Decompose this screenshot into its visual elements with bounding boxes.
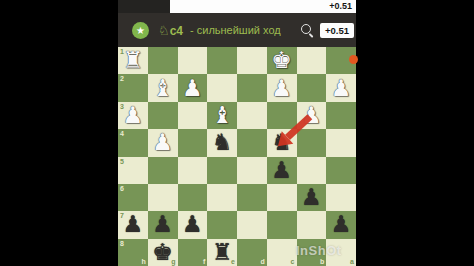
square-g2[interactable]: ♝ [148, 74, 178, 101]
watermark-text: InShOt [296, 243, 342, 258]
eval-bar-value: +0.51 [170, 0, 356, 13]
square-a4[interactable] [326, 129, 356, 156]
file-label-c: c [291, 258, 295, 265]
square-f3[interactable] [178, 102, 208, 129]
piece-bN-c4: ♞ [271, 131, 292, 154]
square-c1[interactable]: ♚ [267, 47, 297, 74]
chess-board: ♜1♚2♝♟♟♟♟3♝♟4♟♞♞5♟6♟♟7♟♟♟8h♚gf♜edcba [118, 47, 356, 266]
square-b2[interactable] [297, 74, 327, 101]
piece-bP-a7: ♟ [331, 213, 352, 236]
record-indicator-dot [349, 55, 358, 64]
square-h3[interactable]: ♟3 [118, 102, 148, 129]
square-b7[interactable] [297, 211, 327, 238]
square-e1[interactable] [207, 47, 237, 74]
square-g5[interactable] [148, 157, 178, 184]
square-c5[interactable]: ♟ [267, 157, 297, 184]
square-e6[interactable] [207, 184, 237, 211]
square-h1[interactable]: ♜1 [118, 47, 148, 74]
rank-label-6: 6 [120, 185, 124, 192]
piece-wR-h1: ♜ [123, 49, 144, 72]
square-e2[interactable] [207, 74, 237, 101]
rank-label-4: 4 [120, 130, 124, 137]
piece-bP-h7: ♟ [123, 213, 144, 236]
square-c6[interactable] [267, 184, 297, 211]
square-g6[interactable] [148, 184, 178, 211]
rank-label-7: 7 [120, 212, 124, 219]
letterbox-right [356, 0, 474, 266]
square-e3[interactable]: ♝ [207, 102, 237, 129]
square-f2[interactable]: ♟ [178, 74, 208, 101]
eval-bar-dark-segment [118, 0, 170, 13]
square-g4[interactable]: ♟ [148, 129, 178, 156]
file-label-h: h [141, 258, 145, 265]
square-h7[interactable]: ♟7 [118, 211, 148, 238]
square-d3[interactable] [237, 102, 267, 129]
square-d2[interactable] [237, 74, 267, 101]
square-g1[interactable] [148, 47, 178, 74]
square-b1[interactable] [297, 47, 327, 74]
square-d1[interactable] [237, 47, 267, 74]
square-b6[interactable]: ♟ [297, 184, 327, 211]
best-move-description: - сильнейший ход [190, 24, 281, 36]
file-label-b: b [320, 258, 324, 265]
rank-label-1: 1 [120, 48, 124, 55]
eval-badge[interactable]: +0.51 [320, 23, 354, 38]
square-e4[interactable]: ♞ [207, 129, 237, 156]
square-g3[interactable] [148, 102, 178, 129]
piece-wK-c1: ♚ [271, 49, 292, 72]
piece-wB-g2: ♝ [152, 77, 173, 100]
piece-bN-e4: ♞ [212, 131, 233, 154]
best-move-text: ♘c4 [158, 23, 183, 38]
piece-wP-b3: ♟ [301, 104, 322, 127]
square-f4[interactable] [178, 129, 208, 156]
knight-glyph-icon: ♘ [158, 23, 170, 38]
piece-wP-f2: ♟ [182, 77, 203, 100]
square-a5[interactable] [326, 157, 356, 184]
square-h2[interactable]: 2 [118, 74, 148, 101]
file-label-a: a [350, 258, 354, 265]
square-d4[interactable] [237, 129, 267, 156]
square-c7[interactable] [267, 211, 297, 238]
square-b5[interactable] [297, 157, 327, 184]
best-move-star-icon: ★ [132, 22, 149, 39]
square-f8[interactable]: f [178, 239, 208, 266]
piece-wP-c2: ♟ [271, 77, 292, 100]
square-h4[interactable]: 4 [118, 129, 148, 156]
square-b3[interactable]: ♟ [297, 102, 327, 129]
file-label-g: g [171, 258, 175, 265]
top-eval-bar: +0.51 [118, 0, 356, 13]
square-f6[interactable] [178, 184, 208, 211]
search-icon[interactable] [300, 23, 314, 37]
rank-label-2: 2 [120, 75, 124, 82]
square-d7[interactable] [237, 211, 267, 238]
square-b4[interactable] [297, 129, 327, 156]
square-h5[interactable]: 5 [118, 157, 148, 184]
piece-bP-g7: ♟ [152, 213, 173, 236]
piece-bP-f7: ♟ [182, 213, 203, 236]
piece-bR-e8: ♜ [212, 241, 233, 264]
square-g7[interactable]: ♟ [148, 211, 178, 238]
letterbox-left [0, 0, 118, 266]
square-d5[interactable] [237, 157, 267, 184]
square-e5[interactable] [207, 157, 237, 184]
square-g8[interactable]: ♚g [148, 239, 178, 266]
square-f5[interactable] [178, 157, 208, 184]
square-c8[interactable]: c [267, 239, 297, 266]
file-label-d: d [260, 258, 264, 265]
piece-wP-g4: ♟ [152, 131, 173, 154]
square-c3[interactable] [267, 102, 297, 129]
square-a3[interactable] [326, 102, 356, 129]
piece-wB-e3: ♝ [212, 104, 233, 127]
file-label-f: f [203, 258, 205, 265]
square-f1[interactable] [178, 47, 208, 74]
piece-wP-a2: ♟ [331, 77, 352, 100]
video-frame: +0.51 ★ ♘c4 - сильнейший ход +0.51 ♜1♚2♝… [0, 0, 474, 266]
analysis-header: ★ ♘c4 - сильнейший ход +0.51 [118, 13, 356, 47]
square-a2[interactable]: ♟ [326, 74, 356, 101]
square-a7[interactable]: ♟ [326, 211, 356, 238]
star-glyph: ★ [136, 25, 145, 36]
square-e8[interactable]: ♜e [207, 239, 237, 266]
square-f7[interactable]: ♟ [178, 211, 208, 238]
square-e7[interactable] [207, 211, 237, 238]
piece-wP-h3: ♟ [123, 104, 144, 127]
rank-label-8: 8 [120, 240, 124, 247]
file-label-e: e [231, 258, 235, 265]
piece-bP-c5: ♟ [271, 159, 292, 182]
search-handle [309, 33, 314, 38]
square-h6[interactable]: 6 [118, 184, 148, 211]
square-h8[interactable]: 8h [118, 239, 148, 266]
best-move-square: c4 [170, 24, 183, 38]
square-c4[interactable]: ♞ [267, 129, 297, 156]
piece-bP-b6: ♟ [301, 186, 322, 209]
square-d6[interactable] [237, 184, 267, 211]
piece-bK-g8: ♚ [152, 241, 173, 264]
rank-label-3: 3 [120, 103, 124, 110]
rank-label-5: 5 [120, 158, 124, 165]
square-c2[interactable]: ♟ [267, 74, 297, 101]
square-a6[interactable] [326, 184, 356, 211]
square-d8[interactable]: d [237, 239, 267, 266]
